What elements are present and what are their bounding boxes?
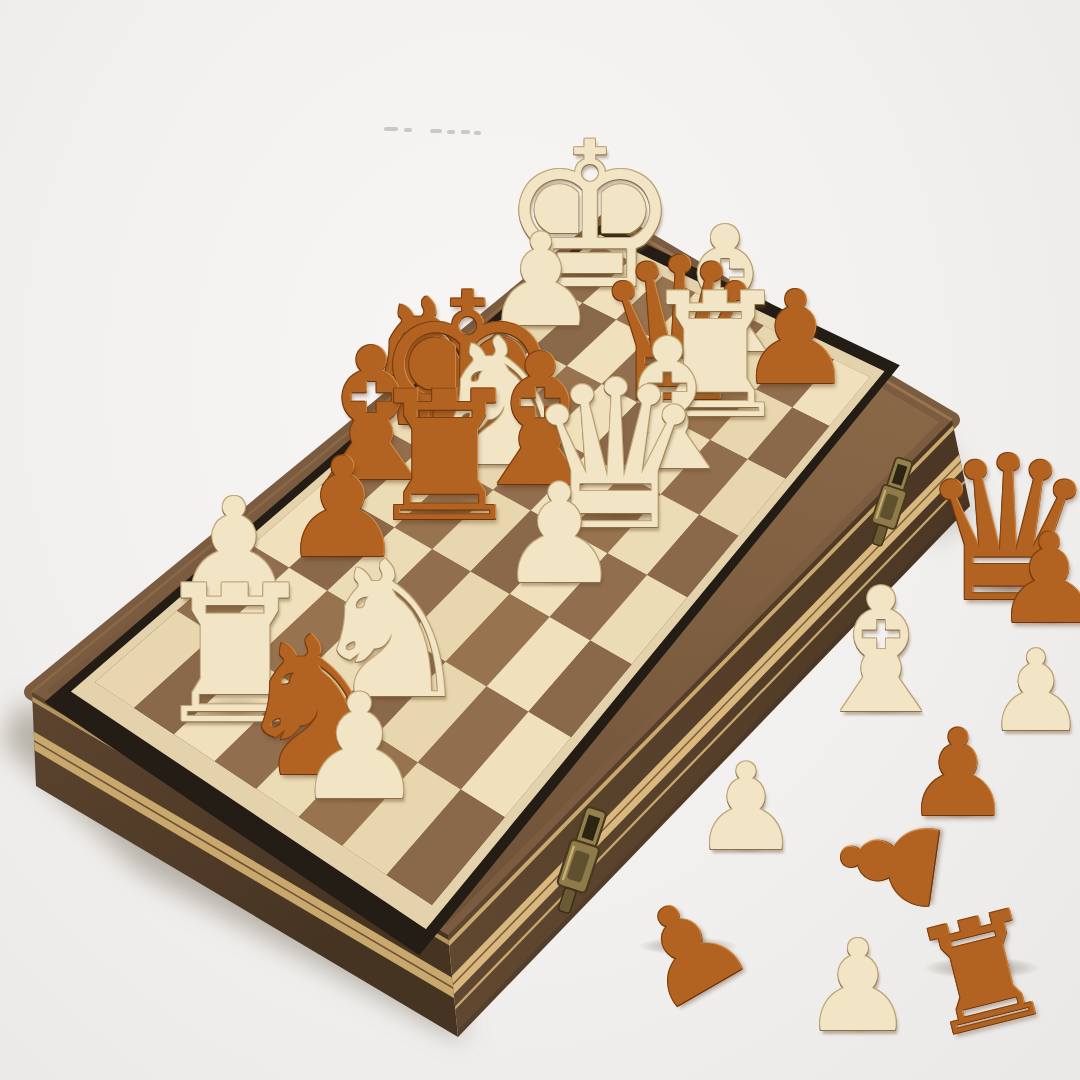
chess-box-illustration <box>0 0 1080 1080</box>
watermark-smudge <box>430 129 442 133</box>
watermark-smudge <box>404 128 412 132</box>
watermark-smudge <box>384 127 398 131</box>
product-photo-scene: ♚♝♟♟♛♜♝♞♚♞♝♛♝♜♟♟♟♞♜♞♟♛♟♝♟♟♟♟♟♜♟ <box>0 0 1080 1080</box>
watermark-smudge <box>461 130 470 134</box>
watermark-smudge <box>474 131 481 135</box>
watermark-smudge <box>447 130 455 134</box>
